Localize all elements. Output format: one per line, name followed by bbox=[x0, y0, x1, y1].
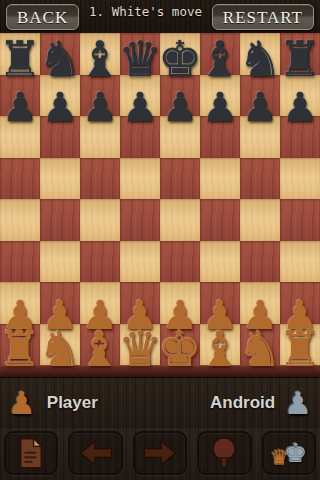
square-f5[interactable] bbox=[200, 158, 240, 200]
square-c3[interactable] bbox=[80, 241, 120, 283]
square-h3[interactable] bbox=[280, 241, 320, 283]
square-d3[interactable] bbox=[120, 241, 160, 283]
opponent-name-label: Android bbox=[210, 393, 275, 413]
square-c4[interactable] bbox=[80, 199, 120, 241]
piece-black-pawn-h7[interactable]: ♟ bbox=[274, 87, 320, 127]
square-h2[interactable]: ♟ bbox=[280, 282, 320, 324]
square-a4[interactable] bbox=[0, 199, 40, 241]
lightbulb-icon bbox=[207, 435, 241, 471]
square-g5[interactable] bbox=[240, 158, 280, 200]
bronze-queen-icon: ♛ bbox=[270, 447, 289, 468]
choose-pieces-button[interactable]: ♛♚ bbox=[262, 431, 316, 475]
redo-move-button[interactable] bbox=[133, 431, 187, 475]
square-h4[interactable] bbox=[280, 199, 320, 241]
arrow-left-icon bbox=[78, 437, 114, 469]
square-a3[interactable] bbox=[0, 241, 40, 283]
piece-white-rook-h1[interactable]: ♜ bbox=[274, 325, 320, 374]
square-b3[interactable] bbox=[40, 241, 80, 283]
square-e3[interactable] bbox=[160, 241, 200, 283]
square-g4[interactable] bbox=[240, 199, 280, 241]
square-c5[interactable] bbox=[80, 158, 120, 200]
bottom-toolbar: ♛♚ bbox=[0, 428, 320, 480]
move-status-text: 1. White's move bbox=[79, 0, 212, 19]
top-bar: BACK 1. White's move RESTART bbox=[0, 0, 320, 33]
square-g3[interactable] bbox=[240, 241, 280, 283]
player-black-info: Android ♟ bbox=[210, 388, 312, 419]
square-a5[interactable] bbox=[0, 158, 40, 200]
square-b5[interactable] bbox=[40, 158, 80, 200]
square-e4[interactable] bbox=[160, 199, 200, 241]
document-icon bbox=[15, 436, 47, 470]
restart-button[interactable]: RESTART bbox=[212, 4, 314, 30]
chess-app-window: BACK 1. White's move RESTART ♜♞♝♛♚♝♞♜♟♟♟… bbox=[0, 0, 320, 480]
square-h8[interactable]: ♜ bbox=[280, 33, 320, 75]
move-list-button[interactable] bbox=[4, 431, 58, 475]
square-d4[interactable] bbox=[120, 199, 160, 241]
players-bar: ♟ Player Android ♟ bbox=[0, 377, 320, 428]
square-e5[interactable] bbox=[160, 158, 200, 200]
square-h5[interactable] bbox=[280, 158, 320, 200]
chess-board-area: ♜♞♝♛♚♝♞♜♟♟♟♟♟♟♟♟♟♟♟♟♟♟♟♟♜♞♝♛♚♝♞♜ bbox=[0, 33, 320, 365]
undo-move-button[interactable] bbox=[68, 431, 122, 475]
square-h1[interactable]: ♜ bbox=[280, 324, 320, 366]
square-f3[interactable] bbox=[200, 241, 240, 283]
two-chess-pieces-icon: ♛♚ bbox=[270, 440, 307, 466]
black-pawn-icon: ♟ bbox=[284, 388, 312, 419]
piece-black-rook-h8[interactable]: ♜ bbox=[274, 35, 320, 84]
white-pawn-icon: ♟ bbox=[8, 388, 36, 419]
arrow-right-icon bbox=[142, 437, 178, 469]
hint-button[interactable] bbox=[197, 431, 251, 475]
back-button[interactable]: BACK bbox=[6, 4, 79, 30]
square-d5[interactable] bbox=[120, 158, 160, 200]
player-white-info: ♟ Player bbox=[8, 388, 98, 419]
square-f4[interactable] bbox=[200, 199, 240, 241]
player-name-label: Player bbox=[47, 393, 98, 413]
square-b4[interactable] bbox=[40, 199, 80, 241]
chess-board: ♜♞♝♛♚♝♞♜♟♟♟♟♟♟♟♟♟♟♟♟♟♟♟♟♜♞♝♛♚♝♞♜ bbox=[0, 33, 320, 365]
